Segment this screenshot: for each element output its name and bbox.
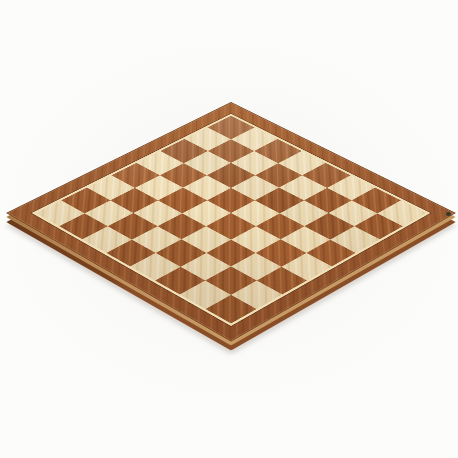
board-foot xyxy=(446,212,451,216)
photo-background xyxy=(0,0,458,458)
board-top-face xyxy=(6,102,456,342)
playing-area-grid xyxy=(36,116,426,324)
maple-inlay-line xyxy=(32,114,431,326)
